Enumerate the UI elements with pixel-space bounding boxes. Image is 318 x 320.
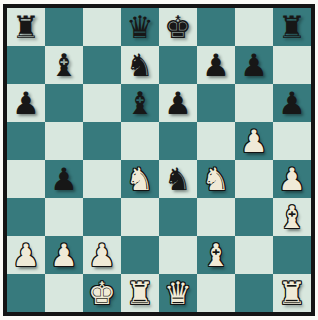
piece-black-pawn-h6[interactable]: ♟ [273, 84, 311, 122]
square-d8[interactable]: ♛ [121, 8, 159, 46]
square-h1[interactable]: ♜ [273, 274, 311, 312]
square-h5[interactable] [273, 122, 311, 160]
piece-white-pawn-h4[interactable]: ♟ [273, 160, 311, 198]
square-g8[interactable] [235, 8, 273, 46]
square-f6[interactable] [197, 84, 235, 122]
piece-black-rook-a8[interactable]: ♜ [7, 8, 45, 46]
square-a5[interactable] [7, 122, 45, 160]
square-b1[interactable] [45, 274, 83, 312]
square-b8[interactable] [45, 8, 83, 46]
square-c6[interactable] [83, 84, 121, 122]
piece-white-king-c1[interactable]: ♚ [83, 274, 121, 312]
square-a4[interactable] [7, 160, 45, 198]
square-d6[interactable]: ♝ [121, 84, 159, 122]
square-h4[interactable]: ♟ [273, 160, 311, 198]
square-b6[interactable] [45, 84, 83, 122]
square-b7[interactable]: ♝ [45, 46, 83, 84]
square-e1[interactable]: ♛ [159, 274, 197, 312]
square-h2[interactable] [273, 236, 311, 274]
square-f5[interactable] [197, 122, 235, 160]
piece-white-rook-h1[interactable]: ♜ [273, 274, 311, 312]
square-g7[interactable]: ♟ [235, 46, 273, 84]
square-c5[interactable] [83, 122, 121, 160]
square-f3[interactable] [197, 198, 235, 236]
piece-white-pawn-a2[interactable]: ♟ [7, 236, 45, 274]
square-b2[interactable]: ♟ [45, 236, 83, 274]
piece-black-queen-d8[interactable]: ♛ [121, 8, 159, 46]
square-e6[interactable]: ♟ [159, 84, 197, 122]
square-h8[interactable]: ♜ [273, 8, 311, 46]
piece-black-bishop-b7[interactable]: ♝ [45, 46, 83, 84]
square-e7[interactable] [159, 46, 197, 84]
square-a1[interactable] [7, 274, 45, 312]
square-f2[interactable]: ♝ [197, 236, 235, 274]
square-g6[interactable] [235, 84, 273, 122]
square-d2[interactable] [121, 236, 159, 274]
square-d7[interactable]: ♞ [121, 46, 159, 84]
chess-board: ♜♛♚♜♝♞♟♟♟♝♟♟♟♟♞♞♞♟♝♟♟♟♝♚♜♛♜ [7, 8, 311, 312]
piece-black-bishop-d6[interactable]: ♝ [121, 84, 159, 122]
square-b5[interactable] [45, 122, 83, 160]
square-h3[interactable]: ♝ [273, 198, 311, 236]
square-e3[interactable] [159, 198, 197, 236]
piece-white-rook-d1[interactable]: ♜ [121, 274, 159, 312]
piece-white-pawn-b2[interactable]: ♟ [45, 236, 83, 274]
square-e4[interactable]: ♞ [159, 160, 197, 198]
square-a7[interactable] [7, 46, 45, 84]
square-a3[interactable] [7, 198, 45, 236]
piece-black-pawn-f7[interactable]: ♟ [197, 46, 235, 84]
piece-black-king-e8[interactable]: ♚ [159, 8, 197, 46]
piece-black-knight-d7[interactable]: ♞ [121, 46, 159, 84]
square-h6[interactable]: ♟ [273, 84, 311, 122]
piece-black-rook-h8[interactable]: ♜ [273, 8, 311, 46]
square-c4[interactable] [83, 160, 121, 198]
square-a6[interactable]: ♟ [7, 84, 45, 122]
square-g5[interactable]: ♟ [235, 122, 273, 160]
piece-black-knight-e4[interactable]: ♞ [159, 160, 197, 198]
piece-white-bishop-h3[interactable]: ♝ [273, 198, 311, 236]
piece-white-bishop-f2[interactable]: ♝ [197, 236, 235, 274]
square-e2[interactable] [159, 236, 197, 274]
piece-white-queen-e1[interactable]: ♛ [159, 274, 197, 312]
square-d1[interactable]: ♜ [121, 274, 159, 312]
square-a8[interactable]: ♜ [7, 8, 45, 46]
piece-white-pawn-g5[interactable]: ♟ [235, 122, 273, 160]
square-c3[interactable] [83, 198, 121, 236]
square-f7[interactable]: ♟ [197, 46, 235, 84]
square-f8[interactable] [197, 8, 235, 46]
square-g2[interactable] [235, 236, 273, 274]
square-e8[interactable]: ♚ [159, 8, 197, 46]
square-f1[interactable] [197, 274, 235, 312]
square-e5[interactable] [159, 122, 197, 160]
piece-black-pawn-a6[interactable]: ♟ [7, 84, 45, 122]
piece-white-pawn-c2[interactable]: ♟ [83, 236, 121, 274]
square-c2[interactable]: ♟ [83, 236, 121, 274]
board-frame: ♜♛♚♜♝♞♟♟♟♝♟♟♟♟♞♞♞♟♝♟♟♟♝♚♜♛♜ [3, 4, 315, 316]
square-h7[interactable] [273, 46, 311, 84]
square-g3[interactable] [235, 198, 273, 236]
square-d5[interactable] [121, 122, 159, 160]
square-g4[interactable] [235, 160, 273, 198]
piece-black-pawn-e6[interactable]: ♟ [159, 84, 197, 122]
square-c8[interactable] [83, 8, 121, 46]
square-c1[interactable]: ♚ [83, 274, 121, 312]
page-background: ♜♛♚♜♝♞♟♟♟♝♟♟♟♟♞♞♞♟♝♟♟♟♝♚♜♛♜ [0, 0, 318, 320]
square-b3[interactable] [45, 198, 83, 236]
square-c7[interactable] [83, 46, 121, 84]
piece-white-knight-f4[interactable]: ♞ [197, 160, 235, 198]
square-d4[interactable]: ♞ [121, 160, 159, 198]
square-f4[interactable]: ♞ [197, 160, 235, 198]
square-d3[interactable] [121, 198, 159, 236]
square-b4[interactable]: ♟ [45, 160, 83, 198]
piece-white-knight-d4[interactable]: ♞ [121, 160, 159, 198]
square-a2[interactable]: ♟ [7, 236, 45, 274]
square-g1[interactable] [235, 274, 273, 312]
piece-black-pawn-b4[interactable]: ♟ [45, 160, 83, 198]
piece-black-pawn-g7[interactable]: ♟ [235, 46, 273, 84]
